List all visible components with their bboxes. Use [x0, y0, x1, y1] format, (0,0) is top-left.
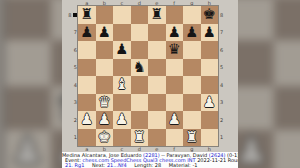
- square-a4: [78, 76, 96, 94]
- black-pawn-f7: ♟: [168, 24, 181, 42]
- black-pawn-h7: ♟: [203, 24, 216, 42]
- square-h5: [201, 59, 219, 77]
- rank-label-8: 8: [220, 12, 223, 18]
- square-a1: [78, 129, 96, 147]
- video-frame[interactable]: ♜♜♚♟♟♟♟♟♟♛♞♝♛♟♟♟♟♟♚♜♜ abcdefgh 87654321 …: [0, 0, 300, 168]
- black-pawn-g7: ♟: [185, 24, 198, 42]
- white-queen-b3: ♛: [98, 94, 111, 112]
- rank-label-7: 7: [74, 29, 77, 35]
- white-king-b1: ♚: [98, 129, 111, 147]
- square-a8: ♜: [78, 6, 96, 24]
- rank-labels-right: 87654321: [218, 6, 238, 146]
- square-e3: [148, 94, 166, 112]
- square-c8: [113, 6, 131, 24]
- square-c4: ♝: [113, 76, 131, 94]
- square-c7: [113, 24, 131, 42]
- rank-labels-left: 87654321: [62, 6, 78, 146]
- square-b3: ♛: [96, 94, 114, 112]
- square-h2: [201, 111, 219, 129]
- white-player-name: Medina Alcantara, Jose Eduardo: [62, 153, 141, 158]
- square-c2: ♟: [113, 111, 131, 129]
- square-c5: [113, 59, 131, 77]
- square-h3: ♟: [201, 94, 219, 112]
- rank-label-3: 3: [74, 99, 77, 105]
- black-rook-e8: ♜: [150, 6, 163, 24]
- square-f4: [166, 76, 184, 94]
- square-b8: [96, 6, 114, 24]
- black-knight-d5: ♞: [133, 59, 146, 77]
- square-h4: [201, 76, 219, 94]
- rank-label-2: 2: [74, 117, 77, 123]
- square-g2: [183, 111, 201, 129]
- square-b5: [96, 59, 114, 77]
- rank-label-6: 6: [220, 47, 223, 53]
- black-player-name: Paravyan, David: [167, 153, 208, 158]
- square-h8: ♚: [201, 6, 219, 24]
- black-rook-a8: ♜: [80, 6, 93, 24]
- square-h6: [201, 41, 219, 59]
- square-d5: ♞: [131, 59, 149, 77]
- square-e6: [148, 41, 166, 59]
- rank-label-8: 8: [68, 12, 71, 18]
- square-d8: [131, 6, 149, 24]
- next-label: Next:: [92, 163, 105, 168]
- black-queen-f6: ♛: [168, 41, 181, 59]
- white-bishop-c4: ♝: [115, 76, 128, 94]
- game-length: Length: 28: [134, 163, 161, 168]
- square-d1: ♜: [131, 129, 149, 147]
- black-player-rating: (2624): [209, 153, 226, 158]
- square-a6: [78, 41, 96, 59]
- square-d4: [131, 76, 149, 94]
- white-pawn-b2: ♟: [98, 111, 111, 129]
- square-b4: [96, 76, 114, 94]
- black-pawn-b7: ♟: [98, 24, 111, 42]
- square-b7: ♟: [96, 24, 114, 42]
- square-d6: [131, 41, 149, 59]
- square-f1: [166, 129, 184, 147]
- moves-line: 21. Rg1 Next: 21...Nf4 Length: 28 Materi…: [62, 163, 238, 168]
- square-f3: [166, 94, 184, 112]
- white-rook-d1: ♜: [133, 129, 146, 147]
- square-f7: ♟: [166, 24, 184, 42]
- game-result: (0-1): [227, 153, 238, 158]
- square-b6: [96, 41, 114, 59]
- square-b1: ♚: [96, 129, 114, 147]
- diagram-panel: abcdefgh 87654321 ♜♜♚♟♟♟♟♟♟♛♞♝♛♟♟♟♟♟♚♜♜ …: [62, 0, 238, 168]
- square-f8: [166, 6, 184, 24]
- event-label: Event:: [65, 158, 81, 163]
- chess-board: ♜♜♚♟♟♟♟♟♟♛♞♝♛♟♟♟♟♟♚♜♜: [78, 6, 218, 146]
- black-pawn-a7: ♟: [80, 24, 93, 42]
- white-pawn-f2: ♟: [168, 111, 181, 129]
- caption-bar: Medina Alcantara, Jose Eduardo (2281) --…: [62, 152, 238, 168]
- rank-label-5: 5: [220, 64, 223, 70]
- square-h1: [201, 129, 219, 147]
- square-d3: [131, 94, 149, 112]
- rank-label-1: 1: [220, 134, 223, 140]
- white-pawn-c2: ♟: [115, 111, 128, 129]
- square-e8: ♜: [148, 6, 166, 24]
- rank-label-3: 3: [220, 99, 223, 105]
- square-e4: [148, 76, 166, 94]
- square-g1: ♜: [183, 129, 201, 147]
- square-a5: [78, 59, 96, 77]
- square-c1: [113, 129, 131, 147]
- square-a3: [78, 94, 96, 112]
- square-f5: [166, 59, 184, 77]
- square-d2: [131, 111, 149, 129]
- square-f6: ♛: [166, 41, 184, 59]
- next-move: 21...Nf4: [107, 163, 127, 168]
- black-king-h8: ♚: [203, 6, 216, 24]
- square-d7: [131, 24, 149, 42]
- square-f2: ♟: [166, 111, 184, 129]
- black-to-move-indicator-icon: [73, 13, 78, 18]
- square-g4: [183, 76, 201, 94]
- rank-label-6: 6: [74, 47, 77, 53]
- rank-label-1: 1: [74, 134, 77, 140]
- square-e5: [148, 59, 166, 77]
- square-h7: ♟: [201, 24, 219, 42]
- square-a2: ♟: [78, 111, 96, 129]
- rank-label-7: 7: [220, 29, 223, 35]
- rank-label-4: 4: [74, 82, 77, 88]
- square-e2: [148, 111, 166, 129]
- square-e7: [148, 24, 166, 42]
- square-g7: ♟: [183, 24, 201, 42]
- material-balance: Material: -1: [169, 163, 198, 168]
- square-g6: [183, 41, 201, 59]
- white-player-rating: (2281): [143, 153, 160, 158]
- black-pawn-c6: ♟: [115, 41, 128, 59]
- white-pawn-a2: ♟: [80, 111, 93, 129]
- white-pawn-h3: ♟: [203, 94, 216, 112]
- square-e1: [148, 129, 166, 147]
- rank-label-4: 4: [220, 82, 223, 88]
- rank-label-5: 5: [74, 64, 77, 70]
- event-link: chess.com SpeedChess Qual3 chess.com INT: [83, 158, 196, 163]
- move-played: 21. Rg1: [65, 163, 84, 168]
- square-c3: [113, 94, 131, 112]
- square-b2: ♟: [96, 111, 114, 129]
- players-separator: --: [161, 153, 165, 158]
- rank-label-2: 2: [220, 117, 223, 123]
- square-g5: [183, 59, 201, 77]
- event-date: 2022-11-21 Round 1.2: [197, 158, 238, 163]
- square-g3: [183, 94, 201, 112]
- square-c6: ♟: [113, 41, 131, 59]
- square-a7: ♟: [78, 24, 96, 42]
- square-g8: [183, 6, 201, 24]
- white-rook-g1: ♜: [185, 129, 198, 147]
